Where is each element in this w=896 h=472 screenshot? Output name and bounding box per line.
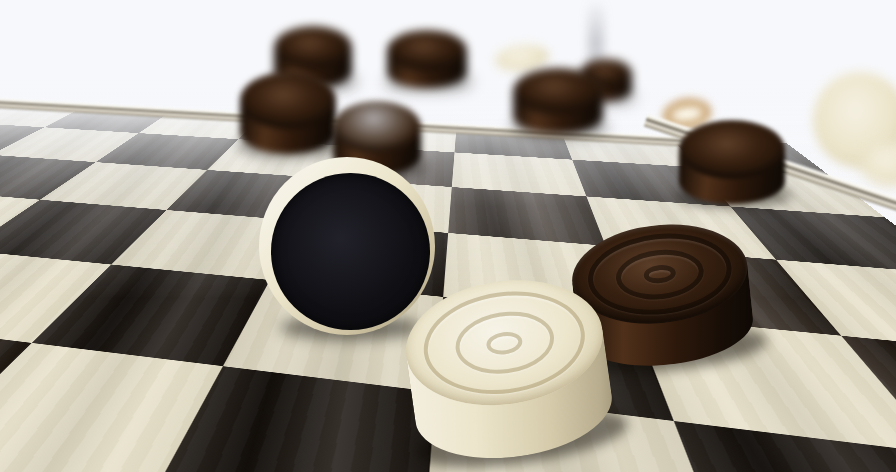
checkers-board-photo: ⛀⛀⛀⛀ ⛂⛂⛂⛂⛂⛂⛂⛀⛂⛀ — [0, 0, 896, 472]
board-perspective-wrap — [0, 0, 896, 472]
